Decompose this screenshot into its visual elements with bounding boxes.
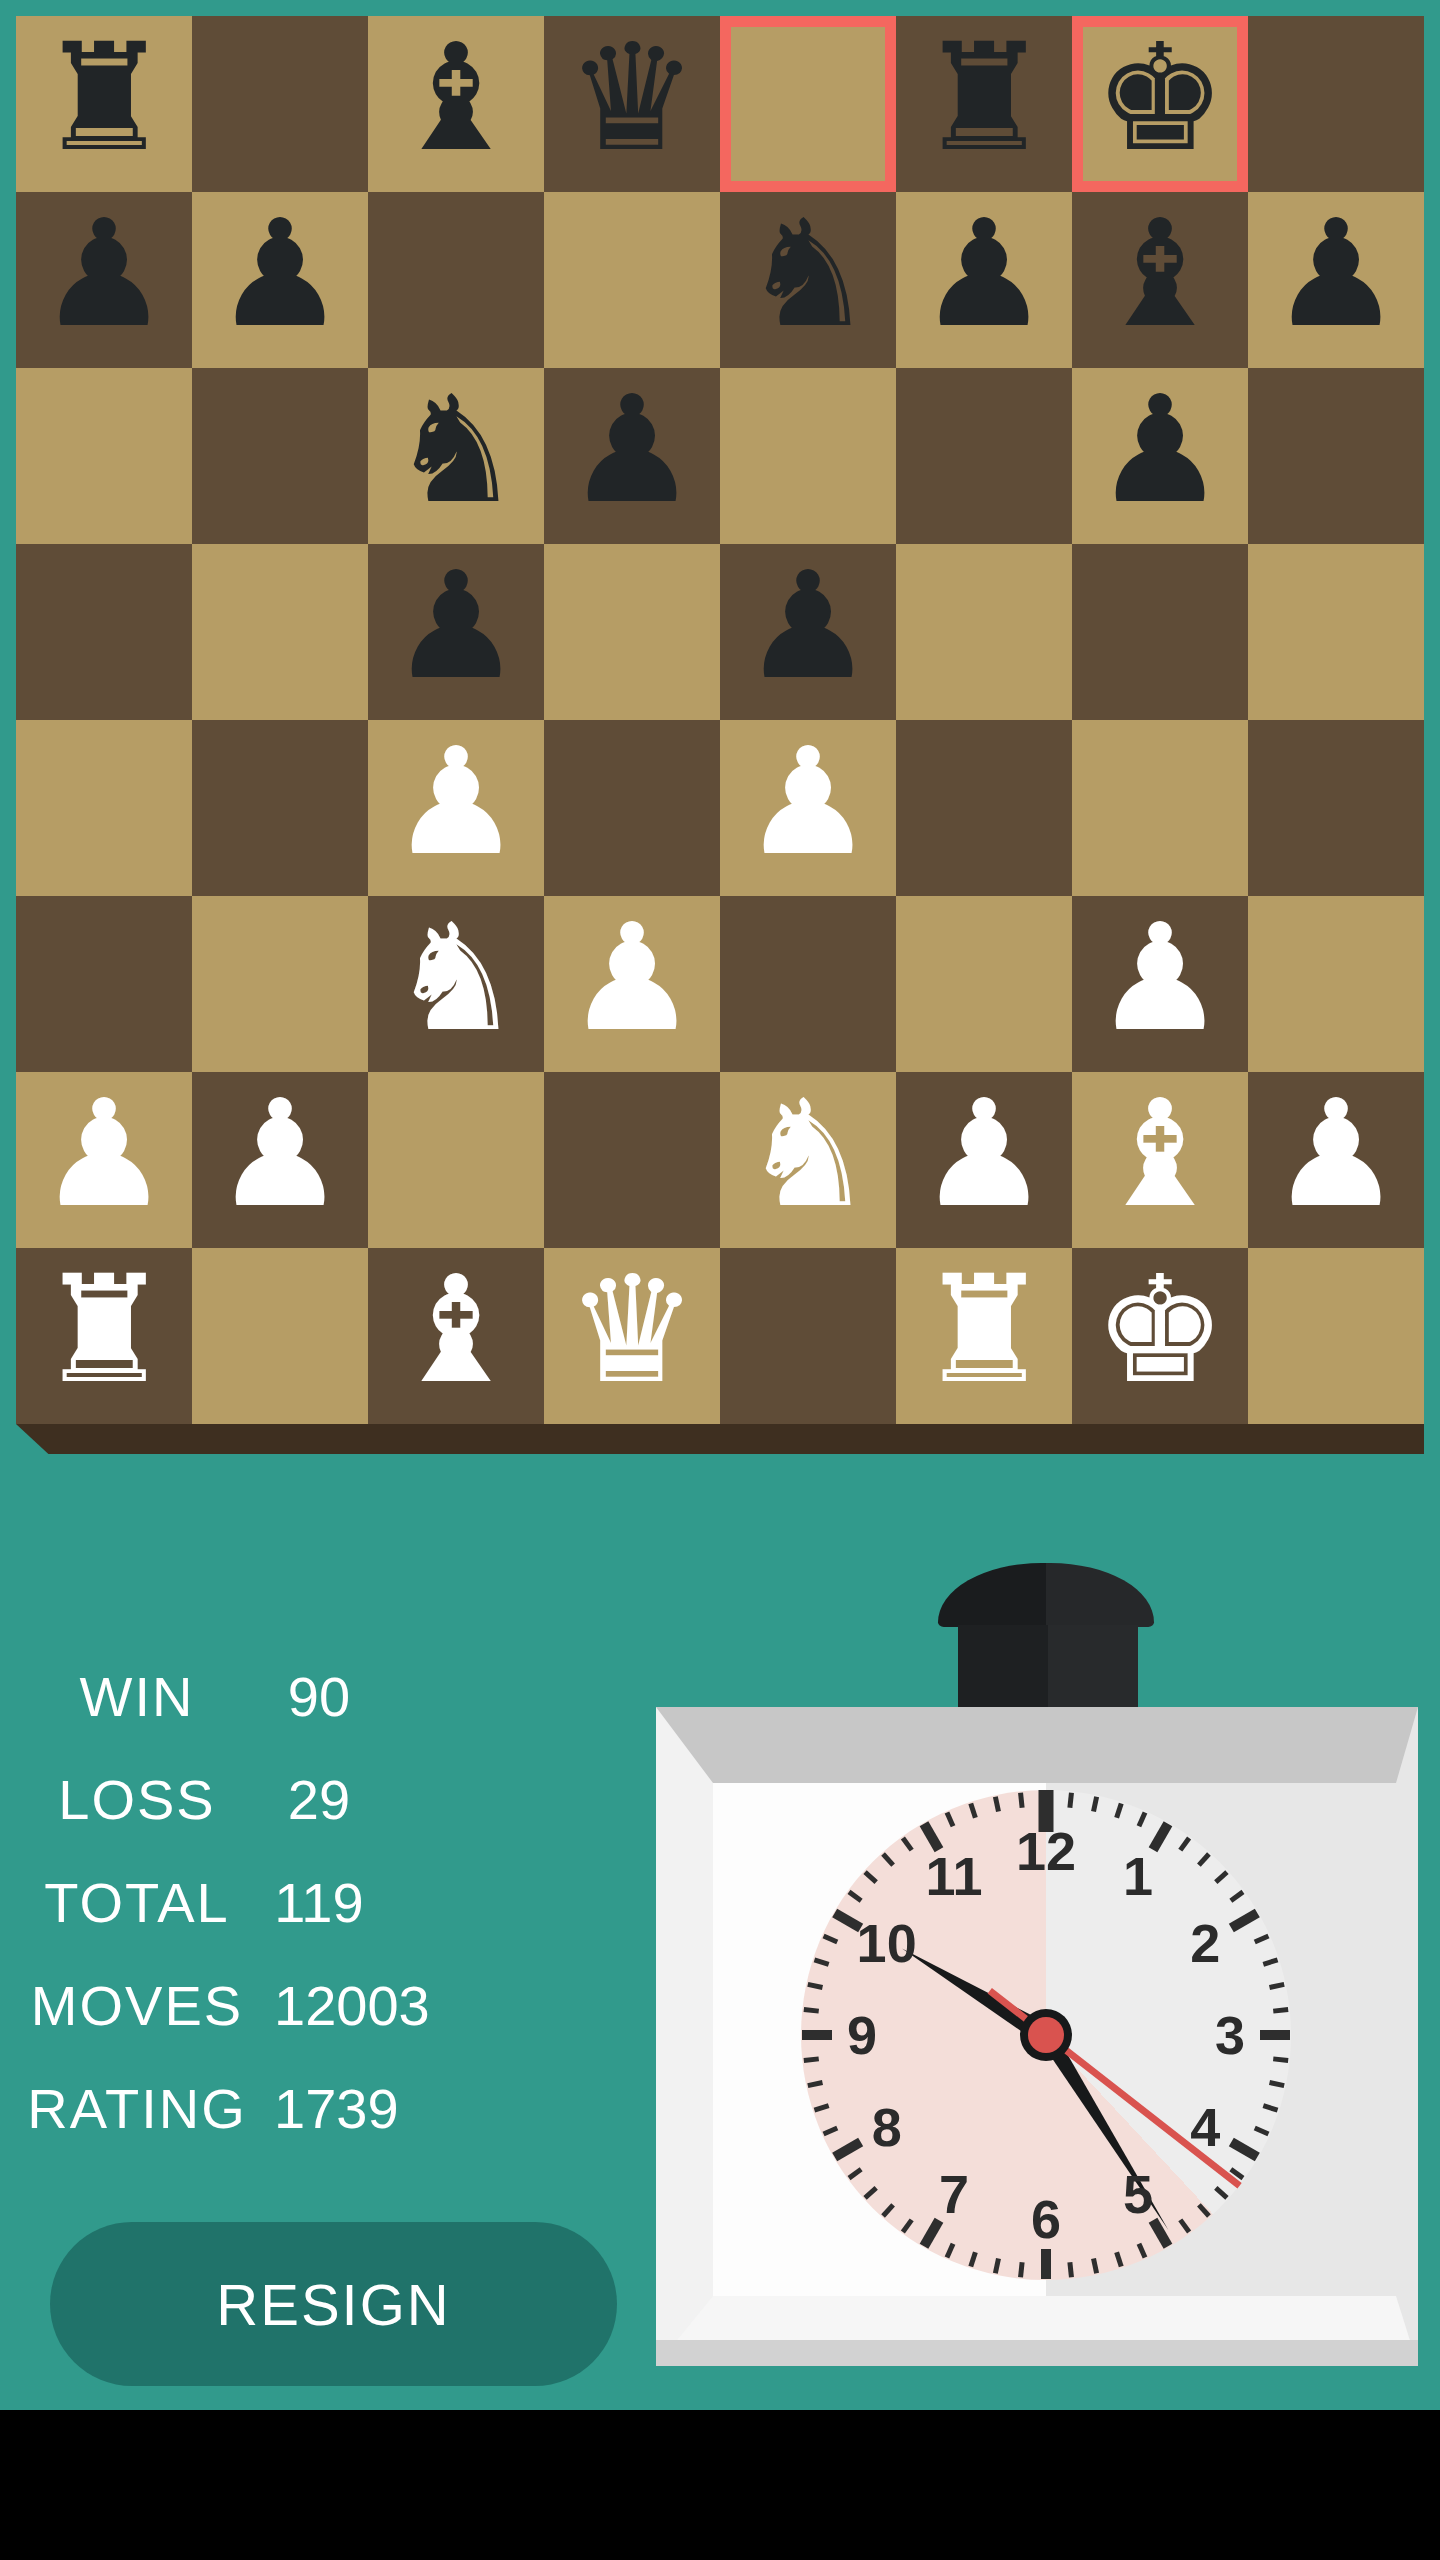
black-pawn[interactable]: ♟	[566, 376, 699, 524]
stat-label: LOSS	[0, 1767, 274, 1832]
minute-tick	[901, 2218, 914, 2233]
hour-tick	[1229, 2138, 1260, 2162]
minute-tick	[968, 2252, 977, 2268]
square-g7[interactable]: ♝	[1072, 192, 1248, 368]
white-pawn[interactable]: ♟	[1094, 904, 1227, 1052]
clock-number-9: 9	[847, 2004, 877, 2066]
minute-tick	[1137, 1812, 1148, 1828]
square-c7[interactable]	[368, 192, 544, 368]
minute-tick	[1018, 2262, 1025, 2277]
square-b1[interactable]	[192, 1248, 368, 1424]
white-pawn[interactable]: ♟	[390, 728, 523, 876]
app-screen: ♜♝♛♜♚♟♟♞♟♝♟♞♟♟♟♟♟♟♞♟♟♟♟♞♟♝♟♜♝♛♜♚ WIN90LO…	[0, 0, 1440, 2560]
black-pawn[interactable]: ♟	[214, 200, 347, 348]
square-g1[interactable]: ♚	[1072, 1248, 1248, 1424]
stat-label: WIN	[0, 1664, 274, 1729]
minute-tick	[968, 1803, 977, 1819]
minute-tick	[1114, 1803, 1123, 1819]
minute-tick	[1214, 1870, 1228, 1884]
square-e6[interactable]	[720, 368, 896, 544]
minute-tick	[1114, 2252, 1123, 2268]
hour-tick	[1260, 2030, 1290, 2040]
clock-number-6: 6	[1031, 2188, 1061, 2250]
clock-number-4: 4	[1190, 2096, 1220, 2158]
square-f2[interactable]: ♟	[896, 1072, 1072, 1248]
black-king[interactable]: ♚	[1094, 24, 1227, 172]
clock-number-10: 10	[857, 1912, 917, 1974]
minute-tick	[814, 2103, 830, 2112]
minute-tick	[1091, 1796, 1099, 1812]
resign-button[interactable]: RESIGN	[50, 2222, 617, 2386]
minute-tick	[1269, 1982, 1285, 1990]
square-d7[interactable]	[544, 192, 720, 368]
black-pawn[interactable]: ♟	[1270, 200, 1403, 348]
black-knight[interactable]: ♞	[390, 376, 523, 524]
square-h2[interactable]: ♟	[1248, 1072, 1424, 1248]
white-bishop[interactable]: ♝	[1094, 1080, 1227, 1228]
black-bishop[interactable]: ♝	[1094, 200, 1227, 348]
square-a7[interactable]: ♟	[16, 192, 192, 368]
black-pawn[interactable]: ♟	[1094, 376, 1227, 524]
white-queen[interactable]: ♛	[566, 1256, 699, 1404]
square-d1[interactable]: ♛	[544, 1248, 720, 1424]
minute-tick	[1197, 2203, 1211, 2217]
square-h3[interactable]	[1248, 896, 1424, 1072]
white-rook[interactable]: ♜	[38, 1256, 171, 1404]
square-g3[interactable]: ♟	[1072, 896, 1248, 1072]
stat-label: RATING	[0, 2076, 274, 2141]
hour-tick	[1041, 2249, 1051, 2279]
black-queen[interactable]: ♛	[566, 24, 699, 172]
square-b4[interactable]	[192, 720, 368, 896]
minute-tick	[901, 1837, 914, 1852]
square-h1[interactable]	[1248, 1248, 1424, 1424]
minute-tick	[1263, 2103, 1279, 2112]
white-king[interactable]: ♚	[1094, 1256, 1227, 1404]
hour-tick	[1229, 1909, 1260, 1933]
square-h4[interactable]	[1248, 720, 1424, 896]
minute-tick	[1254, 1934, 1270, 1945]
minute-tick	[1254, 2126, 1270, 2137]
stat-value: 90	[274, 1664, 364, 1729]
clock-dial: 123456789101112	[801, 1790, 1291, 2280]
square-c3[interactable]: ♞	[368, 896, 544, 1072]
chess-clock-face: 123456789101112	[713, 1783, 1396, 2296]
minute-tick	[848, 1890, 863, 1903]
minute-tick	[945, 2243, 956, 2259]
hour-tick	[802, 2030, 832, 2040]
minute-tick	[1018, 1793, 1025, 1808]
square-f1[interactable]: ♜	[896, 1248, 1072, 1424]
square-d2[interactable]	[544, 1072, 720, 1248]
black-rook[interactable]: ♜	[918, 24, 1051, 172]
square-d6[interactable]: ♟	[544, 368, 720, 544]
black-bishop[interactable]: ♝	[390, 24, 523, 172]
clock-plunger-stem	[958, 1625, 1138, 1709]
stat-row-win: WIN90	[0, 1645, 430, 1748]
minute-tick	[823, 2126, 839, 2137]
square-g4[interactable]	[1072, 720, 1248, 896]
minute-tick	[1091, 2258, 1099, 2274]
square-g5[interactable]	[1072, 544, 1248, 720]
square-c4[interactable]: ♟	[368, 720, 544, 896]
minute-tick	[993, 1796, 1001, 1812]
minute-tick	[863, 1870, 877, 1884]
square-a1[interactable]: ♜	[16, 1248, 192, 1424]
white-knight[interactable]: ♞	[390, 904, 523, 1052]
square-e4[interactable]: ♟	[720, 720, 896, 896]
square-c6[interactable]: ♞	[368, 368, 544, 544]
square-a3[interactable]	[16, 896, 192, 1072]
square-b6[interactable]	[192, 368, 368, 544]
square-g8[interactable]: ♚	[1072, 16, 1248, 192]
stat-value: 29	[274, 1767, 364, 1832]
square-f7[interactable]: ♟	[896, 192, 1072, 368]
clock-number-11: 11	[925, 1845, 982, 1907]
square-e5[interactable]: ♟	[720, 544, 896, 720]
minute-tick	[993, 2258, 1001, 2274]
square-d3[interactable]: ♟	[544, 896, 720, 1072]
square-h8[interactable]	[1248, 16, 1424, 192]
minute-tick	[945, 1812, 956, 1828]
minute-tick	[881, 2203, 895, 2217]
square-d8[interactable]: ♛	[544, 16, 720, 192]
stat-row-moves: MOVES12003	[0, 1954, 430, 2057]
white-pawn[interactable]: ♟	[566, 904, 699, 1052]
black-pawn[interactable]: ♟	[918, 200, 1051, 348]
minute-tick	[1214, 2186, 1228, 2200]
minute-tick	[1229, 1890, 1244, 1903]
white-rook[interactable]: ♜	[918, 1256, 1051, 1404]
minute-tick	[881, 1852, 895, 1866]
square-d4[interactable]	[544, 720, 720, 896]
square-h7[interactable]: ♟	[1248, 192, 1424, 368]
stat-label: MOVES	[0, 1973, 274, 2038]
white-bishop[interactable]: ♝	[390, 1256, 523, 1404]
stats-panel: WIN90LOSS29TOTAL119MOVES12003RATING1739	[0, 1645, 430, 2160]
square-b7[interactable]: ♟	[192, 192, 368, 368]
square-g2[interactable]: ♝	[1072, 1072, 1248, 1248]
minute-tick	[804, 2056, 819, 2063]
black-rook[interactable]: ♜	[38, 24, 171, 172]
clock-center-pin	[1028, 2017, 1064, 2053]
clock-number-7: 7	[939, 2163, 969, 2225]
white-pawn[interactable]: ♟	[214, 1080, 347, 1228]
square-e3[interactable]	[720, 896, 896, 1072]
white-pawn[interactable]: ♟	[38, 1080, 171, 1228]
minute-tick	[1273, 2007, 1288, 2014]
square-d5[interactable]	[544, 544, 720, 720]
stat-row-loss: LOSS29	[0, 1748, 430, 1851]
clock-number-8: 8	[872, 2096, 902, 2158]
stat-label: TOTAL	[0, 1870, 274, 1935]
square-a8[interactable]: ♜	[16, 16, 192, 192]
square-b2[interactable]: ♟	[192, 1072, 368, 1248]
square-f8[interactable]: ♜	[896, 16, 1072, 192]
minute-tick	[1137, 2243, 1148, 2259]
minute-tick	[807, 1982, 823, 1990]
chess-board[interactable]: ♜♝♛♜♚♟♟♞♟♝♟♞♟♟♟♟♟♟♞♟♟♟♟♞♟♝♟♜♝♛♜♚	[16, 16, 1424, 1424]
square-c1[interactable]: ♝	[368, 1248, 544, 1424]
hour-tick	[832, 2138, 863, 2162]
clock-frame-shadow	[656, 2340, 1418, 2366]
minute-tick	[1269, 2080, 1285, 2088]
minute-tick	[1273, 2056, 1288, 2063]
square-e1[interactable]	[720, 1248, 896, 1424]
clock-number-12: 12	[1016, 1820, 1076, 1882]
square-b5[interactable]	[192, 544, 368, 720]
square-a2[interactable]: ♟	[16, 1072, 192, 1248]
square-b8[interactable]	[192, 16, 368, 192]
stat-row-total: TOTAL119	[0, 1851, 430, 1954]
clock-number-5: 5	[1123, 2163, 1153, 2225]
bottom-black-bar	[0, 2410, 1440, 2560]
square-c2[interactable]	[368, 1072, 544, 1248]
minute-tick	[848, 2167, 863, 2180]
white-knight[interactable]: ♞	[742, 1080, 875, 1228]
minute-tick	[1178, 1837, 1191, 1852]
minute-tick	[807, 2080, 823, 2088]
square-a4[interactable]	[16, 720, 192, 896]
clock-number-2: 2	[1190, 1912, 1220, 1974]
minute-tick	[814, 1957, 830, 1966]
square-e2[interactable]: ♞	[720, 1072, 896, 1248]
clock-number-3: 3	[1215, 2004, 1245, 2066]
square-b3[interactable]	[192, 896, 368, 1072]
clock-number-1: 1	[1123, 1845, 1153, 1907]
minute-tick	[863, 2186, 877, 2200]
white-pawn[interactable]: ♟	[742, 728, 875, 876]
square-e7[interactable]: ♞	[720, 192, 896, 368]
square-h6[interactable]	[1248, 368, 1424, 544]
minute-tick	[1178, 2218, 1191, 2233]
stat-value: 119	[274, 1870, 364, 1935]
square-g6[interactable]: ♟	[1072, 368, 1248, 544]
square-c5[interactable]: ♟	[368, 544, 544, 720]
square-f4[interactable]	[896, 720, 1072, 896]
square-h5[interactable]	[1248, 544, 1424, 720]
black-pawn[interactable]: ♟	[390, 552, 523, 700]
square-f6[interactable]	[896, 368, 1072, 544]
minute-tick	[1197, 1852, 1211, 1866]
stat-value: 12003	[274, 1973, 364, 2038]
minute-tick	[1263, 1957, 1279, 1966]
minute-tick	[1067, 2262, 1074, 2277]
square-a6[interactable]	[16, 368, 192, 544]
square-c8[interactable]: ♝	[368, 16, 544, 192]
minute-tick	[804, 2007, 819, 2014]
white-pawn[interactable]: ♟	[918, 1080, 1051, 1228]
black-pawn[interactable]: ♟	[38, 200, 171, 348]
square-e8[interactable]	[720, 16, 896, 192]
square-a5[interactable]	[16, 544, 192, 720]
black-knight[interactable]: ♞	[742, 200, 875, 348]
minute-tick	[823, 1934, 839, 1945]
stat-row-rating: RATING1739	[0, 2057, 430, 2160]
square-f3[interactable]	[896, 896, 1072, 1072]
black-pawn[interactable]: ♟	[742, 552, 875, 700]
stat-value: 1739	[274, 2076, 364, 2141]
square-f5[interactable]	[896, 544, 1072, 720]
white-pawn[interactable]: ♟	[1270, 1080, 1403, 1228]
board-base-edge	[16, 1424, 1424, 1454]
minute-tick	[1067, 1793, 1074, 1808]
